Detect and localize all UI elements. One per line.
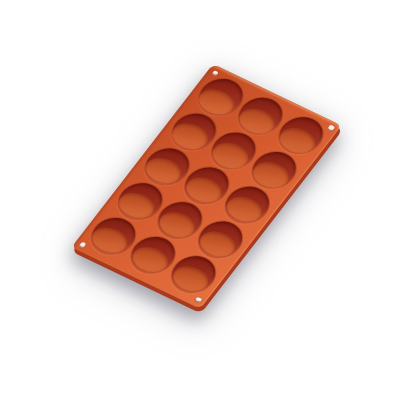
silicone-mold <box>71 64 341 309</box>
product-photo <box>0 0 400 400</box>
mold-shadow <box>0 0 400 400</box>
